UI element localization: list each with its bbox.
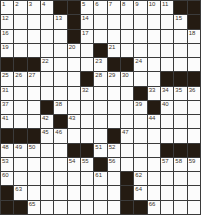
white-cell[interactable]: 37 <box>1 101 13 114</box>
white-cell[interactable] <box>68 201 80 214</box>
white-cell[interactable] <box>81 129 93 142</box>
white-cell[interactable] <box>188 101 200 114</box>
white-cell[interactable]: 47 <box>121 129 133 142</box>
white-cell[interactable] <box>148 72 160 85</box>
clue-number: 11 <box>162 1 168 7</box>
clue-number: 26 <box>15 72 22 78</box>
white-cell[interactable] <box>188 186 200 199</box>
black-cell <box>14 58 26 71</box>
white-cell[interactable] <box>41 15 53 28</box>
clue-number: 12 <box>2 15 9 21</box>
clue-number: 16 <box>2 30 9 36</box>
white-cell[interactable] <box>161 115 173 128</box>
clue-number: 27 <box>29 72 36 78</box>
white-cell[interactable]: 50 <box>28 144 40 157</box>
white-cell[interactable] <box>14 87 26 100</box>
black-cell <box>68 1 80 14</box>
white-cell[interactable] <box>28 186 40 199</box>
clue-number: 35 <box>175 87 182 93</box>
black-cell <box>54 115 66 128</box>
white-cell[interactable]: 41 <box>1 115 13 128</box>
white-cell[interactable] <box>174 186 186 199</box>
clue-number: 4 <box>42 1 45 7</box>
white-cell[interactable] <box>108 115 120 128</box>
black-cell <box>121 186 133 199</box>
clue-number: 3 <box>29 1 32 7</box>
white-cell[interactable] <box>174 30 186 43</box>
white-cell[interactable] <box>94 87 106 100</box>
white-cell[interactable] <box>41 144 53 157</box>
white-cell[interactable]: 42 <box>41 115 53 128</box>
white-cell[interactable]: 29 <box>108 72 120 85</box>
white-cell[interactable] <box>108 30 120 43</box>
white-cell[interactable] <box>54 172 66 185</box>
white-cell[interactable] <box>68 72 80 85</box>
white-cell[interactable] <box>121 87 133 100</box>
white-cell[interactable] <box>121 158 133 171</box>
clue-number: 36 <box>189 87 196 93</box>
white-cell[interactable]: 31 <box>1 87 13 100</box>
white-cell[interactable] <box>54 144 66 157</box>
white-cell[interactable]: 54 <box>68 158 80 171</box>
white-cell[interactable] <box>94 101 106 114</box>
clue-number: 58 <box>175 158 182 164</box>
black-cell <box>188 72 200 85</box>
white-cell[interactable]: 52 <box>108 144 120 157</box>
white-cell[interactable] <box>68 172 80 185</box>
clue-number: 10 <box>149 1 156 7</box>
clue-number: 13 <box>55 15 62 21</box>
white-cell[interactable] <box>41 87 53 100</box>
white-cell[interactable]: 45 <box>41 129 53 142</box>
white-cell[interactable]: 36 <box>188 87 200 100</box>
white-cell[interactable] <box>174 115 186 128</box>
clue-number: 63 <box>15 186 22 192</box>
white-cell[interactable] <box>94 129 106 142</box>
clue-number: 40 <box>162 101 169 107</box>
black-cell <box>121 58 133 71</box>
white-cell[interactable] <box>81 172 93 185</box>
clue-number: 66 <box>149 201 156 207</box>
clue-number: 31 <box>2 87 9 93</box>
white-cell[interactable] <box>81 44 93 57</box>
white-cell[interactable] <box>134 15 146 28</box>
white-cell[interactable]: 3 <box>28 1 40 14</box>
white-cell[interactable] <box>148 172 160 185</box>
clue-number: 46 <box>55 129 62 135</box>
clue-number: 14 <box>82 15 89 21</box>
white-cell[interactable]: 48 <box>1 144 13 157</box>
clue-number: 9 <box>135 1 138 7</box>
white-cell[interactable]: 51 <box>94 144 106 157</box>
white-cell[interactable] <box>188 172 200 185</box>
white-cell[interactable]: 57 <box>161 158 173 171</box>
clue-number: 42 <box>42 115 49 121</box>
white-cell[interactable] <box>28 115 40 128</box>
white-cell[interactable] <box>134 30 146 43</box>
white-cell[interactable] <box>54 87 66 100</box>
black-cell <box>41 101 53 114</box>
white-cell[interactable] <box>14 158 26 171</box>
clue-number: 50 <box>29 144 36 150</box>
clue-number: 51 <box>95 144 102 150</box>
white-cell[interactable]: 46 <box>54 129 66 142</box>
white-cell[interactable]: 17 <box>81 30 93 43</box>
white-cell[interactable] <box>188 44 200 57</box>
clue-number: 53 <box>2 158 9 164</box>
black-cell <box>1 58 13 71</box>
white-cell[interactable]: 25 <box>1 72 13 85</box>
black-cell <box>188 15 200 28</box>
white-cell[interactable] <box>68 87 80 100</box>
clue-number: 25 <box>2 72 9 78</box>
white-cell[interactable] <box>41 172 53 185</box>
white-cell[interactable]: 24 <box>134 58 146 71</box>
white-cell[interactable] <box>161 58 173 71</box>
black-cell <box>134 201 146 214</box>
white-cell[interactable] <box>94 115 106 128</box>
white-cell[interactable] <box>54 72 66 85</box>
white-cell[interactable] <box>54 44 66 57</box>
white-cell[interactable]: 33 <box>148 87 160 100</box>
white-cell[interactable] <box>14 115 26 128</box>
white-cell[interactable]: 16 <box>1 30 13 43</box>
white-cell[interactable]: 20 <box>68 44 80 57</box>
clue-number: 45 <box>42 129 49 135</box>
white-cell[interactable]: 58 <box>174 158 186 171</box>
clue-number: 17 <box>82 30 89 36</box>
clue-number: 60 <box>2 172 9 178</box>
white-cell[interactable]: 8 <box>121 1 133 14</box>
white-cell[interactable] <box>188 115 200 128</box>
white-cell[interactable] <box>81 101 93 114</box>
clue-number: 39 <box>135 101 142 107</box>
white-cell[interactable]: 56 <box>108 158 120 171</box>
clue-number: 65 <box>29 201 36 207</box>
white-cell[interactable]: 40 <box>161 101 173 114</box>
white-cell[interactable]: 43 <box>68 115 80 128</box>
black-cell <box>54 1 66 14</box>
white-cell[interactable] <box>174 129 186 142</box>
white-cell[interactable] <box>28 158 40 171</box>
white-cell[interactable] <box>148 58 160 71</box>
white-cell[interactable]: 9 <box>134 1 146 14</box>
white-cell[interactable] <box>14 172 26 185</box>
black-cell <box>108 58 120 71</box>
clue-number: 1 <box>2 1 5 7</box>
white-cell[interactable] <box>54 30 66 43</box>
clue-number: 56 <box>109 158 116 164</box>
clue-number: 57 <box>162 158 169 164</box>
white-cell[interactable]: 19 <box>1 44 13 57</box>
black-cell <box>68 144 80 157</box>
white-cell[interactable]: 1 <box>1 1 13 14</box>
white-cell[interactable] <box>121 44 133 57</box>
white-cell[interactable]: 13 <box>54 15 66 28</box>
white-cell[interactable]: 32 <box>81 87 93 100</box>
black-cell <box>188 144 200 157</box>
white-cell[interactable] <box>81 115 93 128</box>
clue-number: 54 <box>69 158 76 164</box>
clue-number: 33 <box>149 87 156 93</box>
white-cell[interactable] <box>94 15 106 28</box>
black-cell <box>108 129 120 142</box>
white-cell[interactable] <box>174 58 186 71</box>
white-cell[interactable] <box>41 44 53 57</box>
white-cell[interactable] <box>14 30 26 43</box>
clue-number: 6 <box>95 1 98 7</box>
white-cell[interactable] <box>188 201 200 214</box>
white-cell[interactable]: 15 <box>174 15 186 28</box>
black-cell <box>81 144 93 157</box>
clue-number: 34 <box>162 87 169 93</box>
black-cell <box>174 144 186 157</box>
clue-number: 28 <box>95 72 102 78</box>
white-cell[interactable] <box>81 201 93 214</box>
white-cell[interactable]: 60 <box>1 172 13 185</box>
white-cell[interactable]: 35 <box>174 87 186 100</box>
white-cell[interactable] <box>161 172 173 185</box>
clue-number: 7 <box>109 1 112 7</box>
white-cell[interactable]: 63 <box>14 186 26 199</box>
white-cell[interactable] <box>41 186 53 199</box>
clue-number: 29 <box>109 72 116 78</box>
clue-number: 62 <box>135 172 142 178</box>
black-cell <box>1 129 13 142</box>
clue-number: 64 <box>135 186 142 192</box>
white-cell[interactable] <box>174 101 186 114</box>
white-cell[interactable] <box>188 129 200 142</box>
white-cell[interactable] <box>188 58 200 71</box>
black-cell <box>68 15 80 28</box>
black-cell <box>28 58 40 71</box>
white-cell[interactable] <box>161 201 173 214</box>
clue-number: 5 <box>82 1 85 7</box>
white-cell[interactable] <box>28 172 40 185</box>
black-cell <box>68 30 80 43</box>
white-cell[interactable] <box>161 44 173 57</box>
white-cell[interactable]: 66 <box>148 201 160 214</box>
white-cell[interactable]: 27 <box>28 72 40 85</box>
white-cell[interactable] <box>94 201 106 214</box>
white-cell[interactable] <box>68 101 80 114</box>
white-cell[interactable]: 7 <box>108 1 120 14</box>
white-cell[interactable] <box>174 44 186 57</box>
white-cell[interactable]: 39 <box>134 101 146 114</box>
white-cell[interactable] <box>134 44 146 57</box>
white-cell[interactable]: 10 <box>148 1 160 14</box>
white-cell[interactable] <box>161 186 173 199</box>
black-cell <box>1 186 13 199</box>
white-cell[interactable]: 21 <box>108 44 120 57</box>
white-cell[interactable] <box>174 172 186 185</box>
white-cell[interactable] <box>148 129 160 142</box>
clue-number: 2 <box>15 1 18 7</box>
white-cell[interactable] <box>54 158 66 171</box>
white-cell[interactable] <box>161 129 173 142</box>
clue-number: 21 <box>109 44 116 50</box>
white-cell[interactable] <box>108 186 120 199</box>
clue-number: 20 <box>69 44 76 50</box>
white-cell[interactable]: 23 <box>94 58 106 71</box>
black-cell <box>94 158 106 171</box>
white-cell[interactable]: 49 <box>14 144 26 157</box>
white-cell[interactable] <box>41 72 53 85</box>
white-cell[interactable]: 64 <box>134 186 146 199</box>
black-cell <box>94 44 106 57</box>
white-cell[interactable]: 44 <box>148 115 160 128</box>
clue-number: 32 <box>82 87 89 93</box>
clue-number: 41 <box>2 115 9 121</box>
white-cell[interactable] <box>108 101 120 114</box>
black-cell <box>174 72 186 85</box>
white-cell[interactable] <box>161 30 173 43</box>
clue-number: 59 <box>189 158 196 164</box>
white-cell[interactable]: 34 <box>161 87 173 100</box>
white-cell[interactable] <box>28 44 40 57</box>
white-cell[interactable] <box>121 30 133 43</box>
clue-number: 23 <box>95 58 102 64</box>
white-cell[interactable] <box>41 30 53 43</box>
white-cell[interactable] <box>54 186 66 199</box>
white-cell[interactable] <box>148 158 160 171</box>
white-cell[interactable]: 28 <box>94 72 106 85</box>
clue-number: 61 <box>95 172 102 178</box>
black-cell <box>14 201 26 214</box>
white-cell[interactable]: 30 <box>121 72 133 85</box>
white-cell[interactable] <box>108 201 120 214</box>
black-cell <box>28 129 40 142</box>
white-cell[interactable] <box>68 186 80 199</box>
white-cell[interactable] <box>68 129 80 142</box>
white-cell[interactable]: 2 <box>14 1 26 14</box>
white-cell[interactable] <box>161 15 173 28</box>
white-cell[interactable] <box>81 58 93 71</box>
clue-number: 15 <box>175 15 182 21</box>
clue-number: 49 <box>15 144 22 150</box>
clue-number: 37 <box>2 101 9 107</box>
white-cell[interactable] <box>108 15 120 28</box>
white-cell[interactable] <box>148 30 160 43</box>
clue-number: 18 <box>189 30 196 36</box>
white-cell[interactable] <box>121 101 133 114</box>
white-cell[interactable]: 55 <box>81 158 93 171</box>
white-cell[interactable] <box>54 58 66 71</box>
black-cell <box>174 1 186 14</box>
black-cell <box>14 129 26 142</box>
clue-number: 55 <box>82 158 89 164</box>
white-cell[interactable] <box>14 15 26 28</box>
white-cell[interactable]: 5 <box>81 1 93 14</box>
white-cell[interactable] <box>148 144 160 157</box>
white-cell[interactable]: 6 <box>94 1 106 14</box>
clue-number: 8 <box>122 1 125 7</box>
clue-number: 22 <box>42 58 49 64</box>
white-cell[interactable] <box>134 158 146 171</box>
white-cell[interactable] <box>41 158 53 171</box>
clue-number: 43 <box>69 115 76 121</box>
white-cell[interactable] <box>54 201 66 214</box>
clue-number: 48 <box>2 144 9 150</box>
white-cell[interactable]: 12 <box>1 15 13 28</box>
white-cell[interactable] <box>94 186 106 199</box>
white-cell[interactable]: 22 <box>41 58 53 71</box>
white-cell[interactable] <box>14 44 26 57</box>
white-cell[interactable]: 61 <box>94 172 106 185</box>
white-cell[interactable]: 62 <box>134 172 146 185</box>
white-cell[interactable] <box>28 15 40 28</box>
white-cell[interactable] <box>108 87 120 100</box>
clue-number: 52 <box>109 144 116 150</box>
white-cell[interactable] <box>134 144 146 157</box>
white-cell[interactable] <box>28 101 40 114</box>
white-cell[interactable]: 14 <box>81 15 93 28</box>
clue-number: 24 <box>135 58 142 64</box>
white-cell[interactable]: 65 <box>28 201 40 214</box>
white-cell[interactable] <box>121 144 133 157</box>
white-cell[interactable]: 18 <box>188 30 200 43</box>
clue-number: 19 <box>2 44 9 50</box>
black-cell <box>161 144 173 157</box>
white-cell[interactable] <box>28 30 40 43</box>
black-cell <box>121 172 133 185</box>
white-cell[interactable] <box>68 58 80 71</box>
white-cell[interactable]: 26 <box>14 72 26 85</box>
white-cell[interactable]: 53 <box>1 158 13 171</box>
white-cell[interactable] <box>94 30 106 43</box>
white-cell[interactable] <box>14 101 26 114</box>
white-cell[interactable] <box>134 115 146 128</box>
white-cell[interactable] <box>81 186 93 199</box>
white-cell[interactable] <box>134 72 146 85</box>
white-cell[interactable]: 38 <box>54 101 66 114</box>
clue-number: 30 <box>122 72 129 78</box>
white-cell[interactable] <box>134 129 146 142</box>
black-cell <box>1 201 13 214</box>
white-cell[interactable] <box>121 15 133 28</box>
white-cell[interactable] <box>148 186 160 199</box>
white-cell[interactable]: 59 <box>188 158 200 171</box>
white-cell[interactable] <box>121 115 133 128</box>
white-cell[interactable] <box>148 44 160 57</box>
clue-number: 44 <box>149 115 156 121</box>
black-cell <box>188 1 200 14</box>
black-cell <box>148 101 160 114</box>
white-cell[interactable] <box>41 201 53 214</box>
white-cell[interactable]: 4 <box>41 1 53 14</box>
crossword-grid: 1234567891011121314151617181920212223242… <box>0 0 201 215</box>
white-cell[interactable] <box>174 201 186 214</box>
clue-number: 47 <box>122 129 129 135</box>
black-cell <box>121 201 133 214</box>
white-cell[interactable] <box>108 172 120 185</box>
black-cell <box>161 72 173 85</box>
white-cell[interactable]: 11 <box>161 1 173 14</box>
white-cell[interactable] <box>28 87 40 100</box>
white-cell[interactable] <box>148 15 160 28</box>
clue-number: 38 <box>55 101 62 107</box>
black-cell <box>81 72 93 85</box>
black-cell <box>134 87 146 100</box>
